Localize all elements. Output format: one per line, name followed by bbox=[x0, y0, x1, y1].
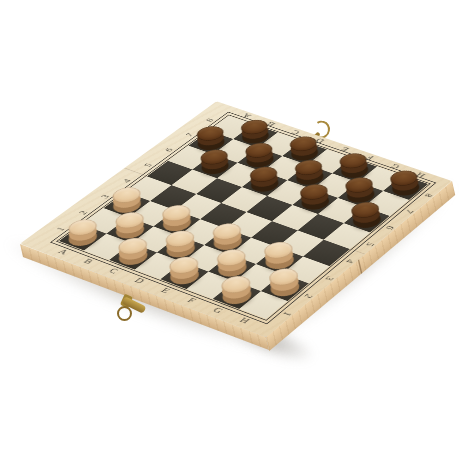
product-photo: AABBCCDDEEFFGGHH1122334455667788 bbox=[0, 0, 460, 460]
brass-latch-icon bbox=[116, 294, 152, 324]
latch-ring bbox=[117, 306, 132, 321]
scene: AABBCCDDEEFFGGHH1122334455667788 bbox=[4, 6, 460, 460]
